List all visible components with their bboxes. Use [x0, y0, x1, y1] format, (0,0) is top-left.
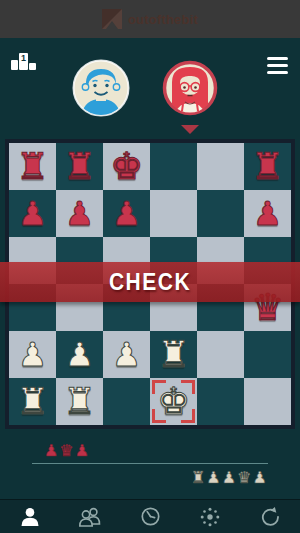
piece-white-pawn: ♟: [65, 331, 95, 378]
piece-white-rook: ♜: [157, 331, 190, 378]
square-f6[interactable]: ♜: [244, 143, 291, 190]
player-avatar-red-woman[interactable]: [160, 58, 220, 118]
captured-white-pieces-tray: ♜♟♟♛♟: [191, 468, 267, 488]
piece-red-pawn: ♟: [18, 190, 48, 237]
captured-tray-divider: [32, 463, 268, 464]
hamburger-menu-icon[interactable]: [267, 57, 288, 74]
check-highlight-corner: [181, 409, 195, 423]
check-highlight-corner: [152, 380, 166, 394]
top-app-bar: outofthebit: [0, 0, 300, 38]
piece-red-pawn: ♟: [253, 190, 283, 237]
two-players-icon: [78, 507, 102, 527]
menu-line: [267, 57, 288, 60]
check-banner: CHECK: [0, 262, 300, 302]
piece-white-rook: ♜: [16, 378, 49, 425]
piece-white-rook: ♜: [63, 378, 96, 425]
square-e2[interactable]: [197, 331, 244, 378]
captured-piece-queen: ♛: [59, 441, 73, 461]
captured-piece-pawn: ♟: [44, 441, 58, 461]
undo-button[interactable]: [250, 504, 290, 530]
podium-bar-left: [11, 60, 18, 70]
logo-text: outofthebit: [128, 12, 198, 27]
square-d1[interactable]: ♚: [150, 378, 197, 425]
piece-red-rook: ♜: [16, 143, 49, 190]
square-c1[interactable]: [103, 378, 150, 425]
app-screen: outofthebit 1: [0, 0, 300, 533]
captured-piece-pawn: ♟: [75, 441, 89, 461]
square-b5[interactable]: ♟: [56, 190, 103, 237]
history-clock-icon: [140, 506, 161, 527]
square-b1[interactable]: ♜: [56, 378, 103, 425]
piece-red-rook: ♜: [251, 143, 284, 190]
piece-red-king: ♚: [110, 143, 143, 190]
piece-red-pawn: ♟: [65, 190, 95, 237]
captured-piece-pawn: ♟: [206, 468, 220, 488]
square-d2[interactable]: ♜: [150, 331, 197, 378]
square-d5[interactable]: [150, 190, 197, 237]
captured-piece-queen: ♛: [237, 468, 251, 488]
square-a5[interactable]: ♟: [9, 190, 56, 237]
piece-red-rook: ♜: [63, 143, 96, 190]
square-c2[interactable]: ♟: [103, 331, 150, 378]
square-e6[interactable]: [197, 143, 244, 190]
leaderboard-podium-icon[interactable]: 1: [11, 52, 37, 70]
captured-red-pieces-tray: ♟♛♟: [44, 441, 89, 461]
settings-sun-icon: [199, 506, 221, 528]
square-d6[interactable]: [150, 143, 197, 190]
menu-line: [267, 64, 288, 67]
square-a2[interactable]: ♟: [9, 331, 56, 378]
two-players-button[interactable]: [70, 504, 110, 530]
square-b2[interactable]: ♟: [56, 331, 103, 378]
check-highlight-corner: [152, 409, 166, 423]
history-button[interactable]: [130, 504, 170, 530]
bottom-toolbar: [0, 499, 300, 533]
podium-bar-right: [29, 63, 36, 70]
square-f5[interactable]: ♟: [244, 190, 291, 237]
podium-rank-number: 1: [21, 53, 26, 64]
piece-white-pawn: ♟: [112, 331, 142, 378]
square-e5[interactable]: [197, 190, 244, 237]
undo-arrow-icon: [260, 506, 281, 527]
player-avatar-white-blue-man[interactable]: [71, 58, 131, 118]
turn-indicator-triangle: [181, 125, 199, 134]
captured-piece-pawn: ♟: [222, 468, 236, 488]
piece-red-pawn: ♟: [112, 190, 142, 237]
check-highlight-corner: [181, 380, 195, 394]
square-c5[interactable]: ♟: [103, 190, 150, 237]
piece-white-pawn: ♟: [18, 331, 48, 378]
square-f1[interactable]: [244, 378, 291, 425]
profile-person-icon: [20, 507, 40, 526]
outofthebit-logo-icon: [102, 9, 122, 29]
square-e1[interactable]: [197, 378, 244, 425]
profile-button[interactable]: [10, 504, 50, 530]
square-a6[interactable]: ♜: [9, 143, 56, 190]
settings-button[interactable]: [190, 504, 230, 530]
captured-piece-rook: ♜: [191, 468, 205, 488]
captured-piece-pawn: ♟: [252, 468, 266, 488]
podium-bar-center: 1: [19, 53, 28, 70]
check-banner-text: CHECK: [109, 269, 191, 296]
square-b6[interactable]: ♜: [56, 143, 103, 190]
menu-line: [267, 71, 288, 74]
square-f2[interactable]: [244, 331, 291, 378]
square-a1[interactable]: ♜: [9, 378, 56, 425]
square-c6[interactable]: ♚: [103, 143, 150, 190]
